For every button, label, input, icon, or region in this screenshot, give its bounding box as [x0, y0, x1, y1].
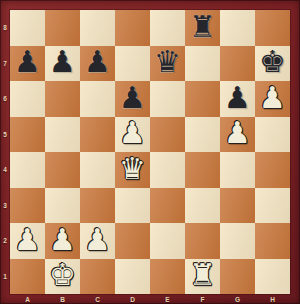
rank-label-7: 7	[0, 46, 10, 82]
black-king[interactable]: ♚	[259, 47, 286, 77]
square-g7[interactable]	[220, 46, 255, 82]
square-b5[interactable]	[45, 117, 80, 153]
square-d8[interactable]	[115, 10, 150, 46]
square-b4[interactable]	[45, 152, 80, 188]
square-a7[interactable]: ♟	[10, 46, 45, 82]
square-h6[interactable]: ♟	[255, 81, 290, 117]
square-b1[interactable]: ♚	[45, 259, 80, 295]
rank-label-3: 3	[0, 188, 10, 224]
square-g2[interactable]	[220, 223, 255, 259]
white-pawn[interactable]: ♟	[49, 225, 76, 255]
file-label-d: D	[115, 294, 150, 304]
file-label-g: G	[220, 294, 255, 304]
square-e2[interactable]	[150, 223, 185, 259]
square-g1[interactable]	[220, 259, 255, 295]
square-e7[interactable]: ♛	[150, 46, 185, 82]
rank-coordinates: 87654321	[0, 10, 10, 294]
black-pawn[interactable]: ♟	[49, 47, 76, 77]
square-d6[interactable]: ♟	[115, 81, 150, 117]
square-c7[interactable]: ♟	[80, 46, 115, 82]
square-f6[interactable]	[185, 81, 220, 117]
square-c5[interactable]	[80, 117, 115, 153]
black-pawn[interactable]: ♟	[119, 83, 146, 113]
square-a8[interactable]	[10, 10, 45, 46]
square-c8[interactable]	[80, 10, 115, 46]
square-d7[interactable]	[115, 46, 150, 82]
square-c3[interactable]	[80, 188, 115, 224]
square-f5[interactable]	[185, 117, 220, 153]
square-c1[interactable]	[80, 259, 115, 295]
square-h2[interactable]	[255, 223, 290, 259]
rank-label-1: 1	[0, 259, 10, 295]
square-d3[interactable]	[115, 188, 150, 224]
square-h3[interactable]	[255, 188, 290, 224]
square-h4[interactable]	[255, 152, 290, 188]
white-rook[interactable]: ♜	[189, 260, 216, 290]
square-h8[interactable]	[255, 10, 290, 46]
square-g5[interactable]: ♟	[220, 117, 255, 153]
file-label-a: A	[10, 294, 45, 304]
white-queen[interactable]: ♛	[119, 154, 146, 184]
square-h5[interactable]	[255, 117, 290, 153]
square-e6[interactable]	[150, 81, 185, 117]
square-e8[interactable]	[150, 10, 185, 46]
square-e4[interactable]	[150, 152, 185, 188]
square-f4[interactable]	[185, 152, 220, 188]
rank-label-2: 2	[0, 223, 10, 259]
square-h7[interactable]: ♚	[255, 46, 290, 82]
square-h1[interactable]	[255, 259, 290, 295]
white-pawn[interactable]: ♟	[14, 225, 41, 255]
rank-label-5: 5	[0, 117, 10, 153]
square-b8[interactable]	[45, 10, 80, 46]
white-king[interactable]: ♚	[49, 260, 76, 290]
rank-label-6: 6	[0, 81, 10, 117]
square-g3[interactable]	[220, 188, 255, 224]
file-label-f: F	[185, 294, 220, 304]
square-g6[interactable]: ♟	[220, 81, 255, 117]
white-pawn[interactable]: ♟	[259, 83, 286, 113]
chess-board: ♜♟♟♟♛♚♟♟♟♟♟♛♟♟♟♚♜	[10, 10, 290, 294]
square-c4[interactable]	[80, 152, 115, 188]
chess-board-frame: 87654321 ♜♟♟♟♛♚♟♟♟♟♟♛♟♟♟♚♜ ABCDEFGH	[0, 0, 300, 304]
rank-label-8: 8	[0, 10, 10, 46]
square-a2[interactable]: ♟	[10, 223, 45, 259]
square-d2[interactable]	[115, 223, 150, 259]
square-g8[interactable]	[220, 10, 255, 46]
square-f7[interactable]	[185, 46, 220, 82]
square-f8[interactable]: ♜	[185, 10, 220, 46]
black-pawn[interactable]: ♟	[224, 83, 251, 113]
square-c2[interactable]: ♟	[80, 223, 115, 259]
square-f1[interactable]: ♜	[185, 259, 220, 295]
square-a5[interactable]	[10, 117, 45, 153]
square-a1[interactable]	[10, 259, 45, 295]
square-e5[interactable]	[150, 117, 185, 153]
black-rook[interactable]: ♜	[189, 12, 216, 42]
square-c6[interactable]	[80, 81, 115, 117]
square-b7[interactable]: ♟	[45, 46, 80, 82]
white-pawn[interactable]: ♟	[84, 225, 111, 255]
file-label-c: C	[80, 294, 115, 304]
white-pawn[interactable]: ♟	[119, 118, 146, 148]
file-label-e: E	[150, 294, 185, 304]
square-b6[interactable]	[45, 81, 80, 117]
square-d4[interactable]: ♛	[115, 152, 150, 188]
white-pawn[interactable]: ♟	[224, 118, 251, 148]
black-pawn[interactable]: ♟	[84, 47, 111, 77]
square-f3[interactable]	[185, 188, 220, 224]
rank-label-4: 4	[0, 152, 10, 188]
square-d5[interactable]: ♟	[115, 117, 150, 153]
square-b2[interactable]: ♟	[45, 223, 80, 259]
square-g4[interactable]	[220, 152, 255, 188]
square-a3[interactable]	[10, 188, 45, 224]
square-e3[interactable]	[150, 188, 185, 224]
square-d1[interactable]	[115, 259, 150, 295]
square-a4[interactable]	[10, 152, 45, 188]
file-label-h: H	[255, 294, 290, 304]
square-a6[interactable]	[10, 81, 45, 117]
file-label-b: B	[45, 294, 80, 304]
file-coordinates: ABCDEFGH	[10, 294, 290, 304]
black-pawn[interactable]: ♟	[14, 47, 41, 77]
square-b3[interactable]	[45, 188, 80, 224]
black-queen[interactable]: ♛	[154, 47, 181, 77]
square-f2[interactable]	[185, 223, 220, 259]
square-e1[interactable]	[150, 259, 185, 295]
